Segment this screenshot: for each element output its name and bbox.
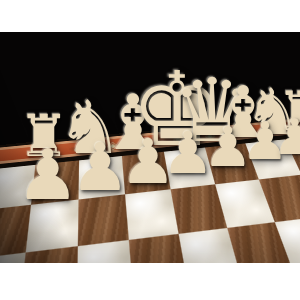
piece-pawn-b2[interactable]: ♟ (273, 113, 300, 153)
chess-photo: ◈◈◈◈◈◈◈◈ ◈◈◈◈◈◈◈ ♜♞♝♚♛♝♞♜♟♟♟♟♟♟♟ (0, 32, 300, 263)
letterbox-bottom (0, 263, 300, 300)
letterbox-top (0, 0, 300, 32)
pawn-glyph: ♟ (273, 113, 300, 162)
pieces-layer: ♜♞♝♚♛♝♞♜♟♟♟♟♟♟♟ (0, 32, 300, 263)
page: ◈◈◈◈◈◈◈◈ ◈◈◈◈◈◈◈ ♜♞♝♚♛♝♞♜♟♟♟♟♟♟♟ (0, 0, 300, 300)
